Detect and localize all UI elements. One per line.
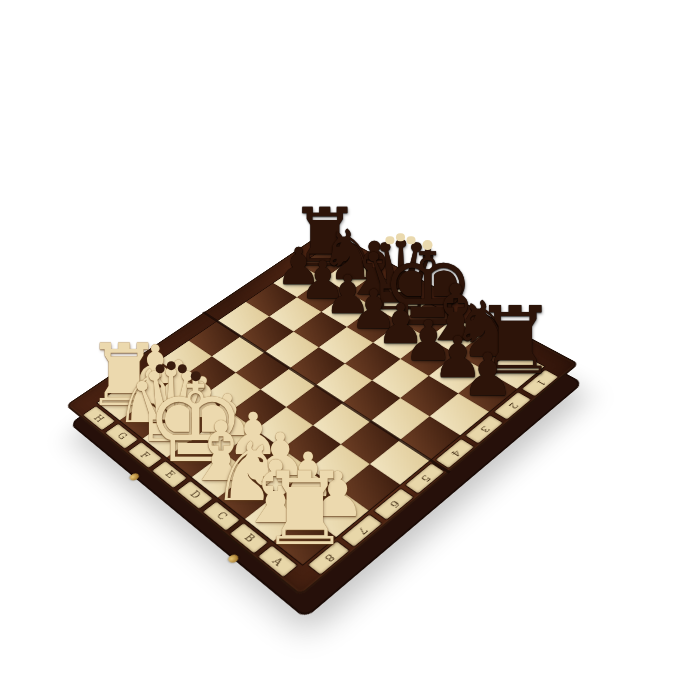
crown-accent	[423, 240, 433, 250]
crown-accent	[190, 372, 200, 382]
square-c4[interactable]	[343, 380, 400, 420]
rank-label-text: 4	[447, 448, 462, 459]
piece-white-rook[interactable]: ♜	[259, 459, 350, 560]
square-a5[interactable]	[370, 440, 431, 485]
piece-black-pawn[interactable]: ♟	[461, 345, 514, 404]
brass-hinge-icon	[128, 472, 141, 482]
product-photo: HGFEDCBA 87654321 ♜♞♟♝♟♛♟♚♟♝♟♞♟♜♟♟♟♟♜♟♞♟…	[0, 0, 700, 700]
square-a4[interactable]	[400, 416, 460, 459]
rank-label-text: 3	[476, 424, 491, 434]
brass-hinge-icon	[226, 553, 240, 564]
square-b4[interactable]	[371, 398, 430, 440]
rank-label-text: 5	[417, 473, 433, 484]
rank-label-text: 6	[386, 498, 402, 510]
